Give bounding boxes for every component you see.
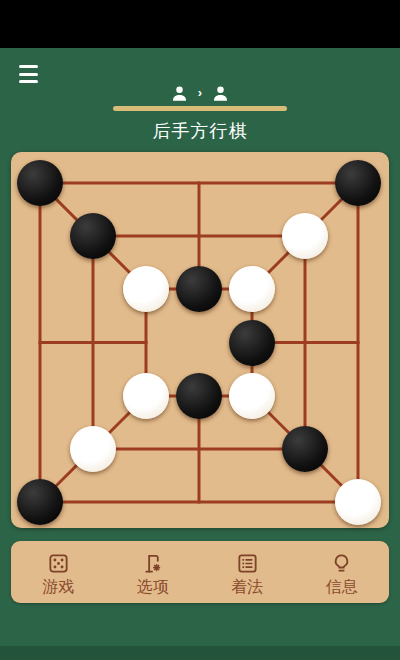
hamburger-bar [19,65,38,68]
board-point-a4[interactable] [17,320,63,366]
morris-board[interactable] [11,152,389,528]
piece-black-d3[interactable] [176,373,222,419]
toolbar-button-info[interactable]: 信息 [295,550,390,595]
board-point-b4[interactable] [70,320,116,366]
toolbar-label-moves: 着法 [231,578,263,595]
turn-status-text: 后手方行棋 [0,119,400,143]
toolbar-label-options: 选项 [137,578,169,595]
status-bar [0,0,400,48]
piece-white-c5[interactable] [123,266,169,312]
toolbar-button-moves[interactable]: 着法 [200,550,295,595]
board-point-d7[interactable] [176,160,222,206]
toolbar-button-game[interactable]: 游戏 [11,550,106,595]
board-point-f4[interactable] [282,320,328,366]
second-player-person-icon [211,84,230,103]
board-point-c4[interactable] [123,320,169,366]
turn-indicator: › 后手方行棋 [0,82,400,143]
piece-black-d5[interactable] [176,266,222,312]
piece-white-c3[interactable] [123,373,169,419]
hamburger-bar [19,73,38,76]
toolbar-label-info: 信息 [326,578,358,595]
board-point-d2[interactable] [176,426,222,472]
toolbar-button-options[interactable]: 选项 [106,550,201,595]
move-list-icon [236,552,259,575]
piece-white-g1[interactable] [335,479,381,525]
board-point-d6[interactable] [176,213,222,259]
piece-black-a1[interactable] [17,479,63,525]
piece-black-b6[interactable] [70,213,116,259]
piece-black-f2[interactable] [282,426,328,472]
gold-divider [113,106,287,111]
bottom-toolbar: 游戏 选项 [11,541,389,603]
hamburger-menu-button[interactable] [19,64,39,84]
board-point-g4[interactable] [335,320,381,366]
chevron-right-icon: › [198,82,202,104]
piece-white-f6[interactable] [282,213,328,259]
options-gear-icon [141,552,164,575]
piece-black-g7[interactable] [335,160,381,206]
piece-white-e3[interactable] [229,373,275,419]
toolbar-label-game: 游戏 [42,578,74,595]
first-player-person-icon [170,84,189,103]
piece-white-e5[interactable] [229,266,275,312]
android-navbar-scrim [0,646,400,660]
lightbulb-icon [330,552,353,575]
piece-white-b2[interactable] [70,426,116,472]
dice-icon [47,552,70,575]
piece-black-a7[interactable] [17,160,63,206]
players-row: › [0,82,400,104]
piece-black-e4[interactable] [229,320,275,366]
board-point-d1[interactable] [176,479,222,525]
